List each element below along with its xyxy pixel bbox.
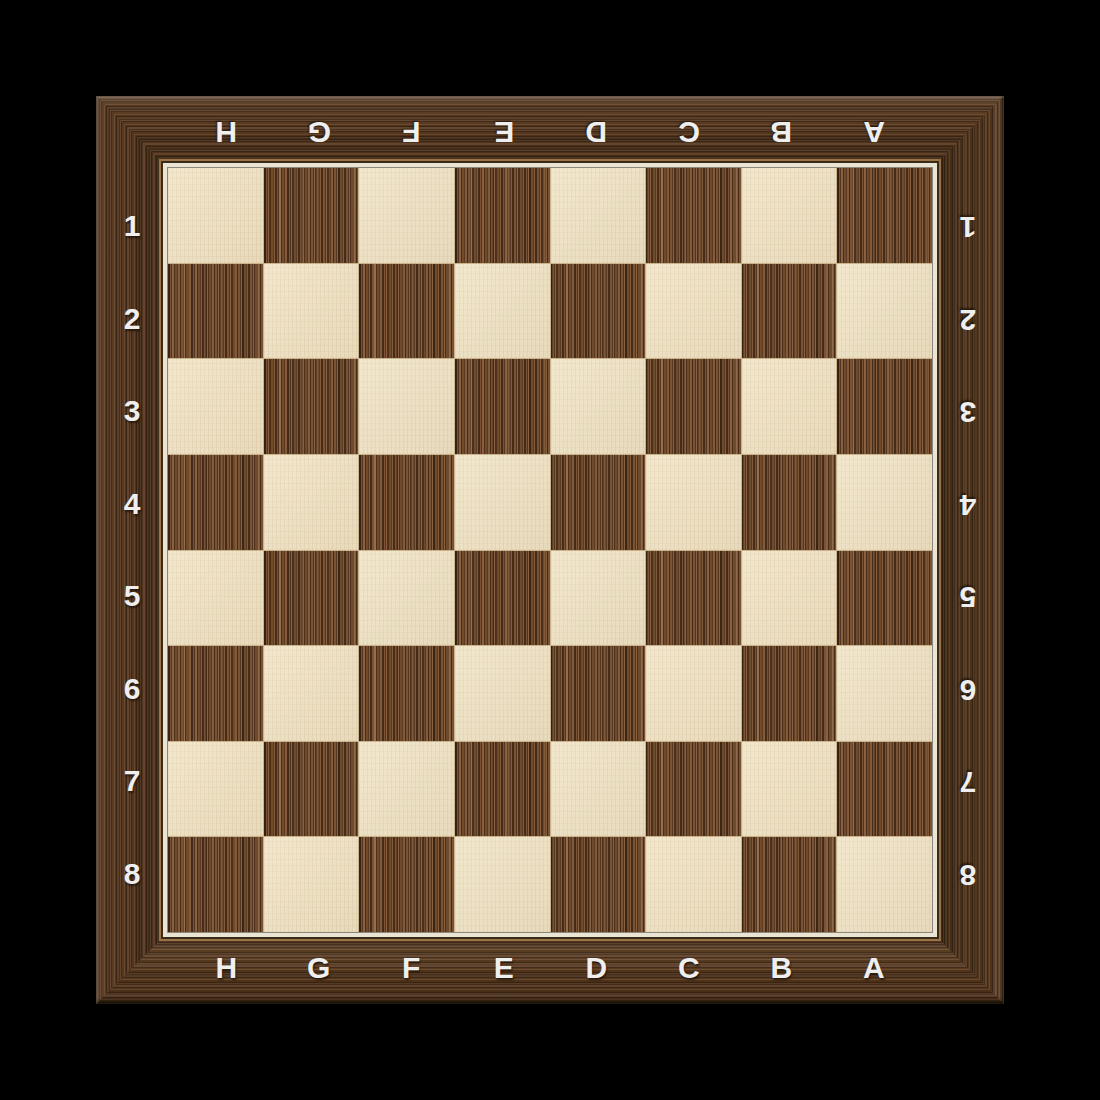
- coord-label-right-1: 1: [932, 180, 1004, 273]
- square-h5[interactable]: [168, 551, 263, 646]
- square-e7[interactable]: [455, 742, 550, 837]
- square-c2[interactable]: [646, 264, 741, 359]
- square-f4[interactable]: [359, 455, 454, 550]
- square-e6[interactable]: [455, 646, 550, 741]
- square-h6[interactable]: [168, 646, 263, 741]
- square-g4[interactable]: [264, 455, 359, 550]
- coord-label-left-1: 1: [96, 180, 168, 273]
- coord-label-left-5: 5: [96, 550, 168, 643]
- playfield: [168, 168, 932, 932]
- coord-label-bottom-d: D: [550, 932, 643, 1004]
- square-e1[interactable]: [455, 168, 550, 263]
- square-c8[interactable]: [646, 837, 741, 932]
- coord-label-top-e: E: [458, 96, 551, 168]
- square-d3[interactable]: [551, 359, 646, 454]
- coord-label-bottom-g: G: [273, 932, 366, 1004]
- coord-label-right-7: 7: [932, 735, 1004, 828]
- square-c1[interactable]: [646, 168, 741, 263]
- square-h8[interactable]: [168, 837, 263, 932]
- coord-label-bottom-c: C: [643, 932, 736, 1004]
- square-a7[interactable]: [837, 742, 932, 837]
- square-c5[interactable]: [646, 551, 741, 646]
- coord-label-left-7: 7: [96, 735, 168, 828]
- coord-label-bottom-e: E: [458, 932, 551, 1004]
- square-b3[interactable]: [742, 359, 837, 454]
- square-a3[interactable]: [837, 359, 932, 454]
- square-g1[interactable]: [264, 168, 359, 263]
- square-g7[interactable]: [264, 742, 359, 837]
- board-grid: [168, 168, 932, 932]
- coord-label-top-f: F: [365, 96, 458, 168]
- coord-label-top-c: C: [643, 96, 736, 168]
- square-f1[interactable]: [359, 168, 454, 263]
- coord-label-right-3: 3: [932, 365, 1004, 458]
- coords-bottom: HGFEDCBA: [180, 932, 920, 1004]
- coord-label-left-4: 4: [96, 458, 168, 551]
- square-e8[interactable]: [455, 837, 550, 932]
- square-d6[interactable]: [551, 646, 646, 741]
- square-b4[interactable]: [742, 455, 837, 550]
- square-d1[interactable]: [551, 168, 646, 263]
- square-g5[interactable]: [264, 551, 359, 646]
- square-b1[interactable]: [742, 168, 837, 263]
- coord-label-top-h: H: [180, 96, 273, 168]
- photo-background: HGFEDCBA HGFEDCBA 12345678 12345678: [0, 0, 1100, 1100]
- coords-top: HGFEDCBA: [180, 96, 920, 168]
- square-h1[interactable]: [168, 168, 263, 263]
- square-c7[interactable]: [646, 742, 741, 837]
- square-c3[interactable]: [646, 359, 741, 454]
- coord-label-right-5: 5: [932, 550, 1004, 643]
- square-e4[interactable]: [455, 455, 550, 550]
- chess-board: HGFEDCBA HGFEDCBA 12345678 12345678: [96, 96, 1004, 1004]
- coord-label-right-4: 4: [932, 458, 1004, 551]
- square-a1[interactable]: [837, 168, 932, 263]
- coord-label-left-2: 2: [96, 273, 168, 366]
- coords-left: 12345678: [96, 180, 168, 920]
- square-e2[interactable]: [455, 264, 550, 359]
- coord-label-top-d: D: [550, 96, 643, 168]
- square-b6[interactable]: [742, 646, 837, 741]
- square-f8[interactable]: [359, 837, 454, 932]
- coord-label-left-3: 3: [96, 365, 168, 458]
- coord-label-bottom-h: H: [180, 932, 273, 1004]
- square-d8[interactable]: [551, 837, 646, 932]
- square-g8[interactable]: [264, 837, 359, 932]
- square-a2[interactable]: [837, 264, 932, 359]
- square-g6[interactable]: [264, 646, 359, 741]
- square-f7[interactable]: [359, 742, 454, 837]
- square-c6[interactable]: [646, 646, 741, 741]
- square-d4[interactable]: [551, 455, 646, 550]
- coord-label-left-8: 8: [96, 828, 168, 921]
- square-f5[interactable]: [359, 551, 454, 646]
- square-b8[interactable]: [742, 837, 837, 932]
- square-a8[interactable]: [837, 837, 932, 932]
- square-b7[interactable]: [742, 742, 837, 837]
- square-d7[interactable]: [551, 742, 646, 837]
- coord-label-bottom-b: B: [735, 932, 828, 1004]
- square-h3[interactable]: [168, 359, 263, 454]
- square-e5[interactable]: [455, 551, 550, 646]
- square-a6[interactable]: [837, 646, 932, 741]
- coord-label-right-6: 6: [932, 643, 1004, 736]
- square-f3[interactable]: [359, 359, 454, 454]
- square-b2[interactable]: [742, 264, 837, 359]
- coord-label-top-b: B: [735, 96, 828, 168]
- square-g2[interactable]: [264, 264, 359, 359]
- square-d5[interactable]: [551, 551, 646, 646]
- square-g3[interactable]: [264, 359, 359, 454]
- square-h2[interactable]: [168, 264, 263, 359]
- square-c4[interactable]: [646, 455, 741, 550]
- square-f2[interactable]: [359, 264, 454, 359]
- coords-right: 12345678: [932, 180, 1004, 920]
- square-e3[interactable]: [455, 359, 550, 454]
- coord-label-right-8: 8: [932, 828, 1004, 921]
- coord-label-top-a: A: [828, 96, 921, 168]
- coord-label-right-2: 2: [932, 273, 1004, 366]
- square-a5[interactable]: [837, 551, 932, 646]
- coord-label-left-6: 6: [96, 643, 168, 736]
- square-h7[interactable]: [168, 742, 263, 837]
- coord-label-bottom-f: F: [365, 932, 458, 1004]
- square-h4[interactable]: [168, 455, 263, 550]
- square-f6[interactable]: [359, 646, 454, 741]
- coord-label-top-g: G: [273, 96, 366, 168]
- square-a4[interactable]: [837, 455, 932, 550]
- coord-label-bottom-a: A: [828, 932, 921, 1004]
- square-b5[interactable]: [742, 551, 837, 646]
- square-d2[interactable]: [551, 264, 646, 359]
